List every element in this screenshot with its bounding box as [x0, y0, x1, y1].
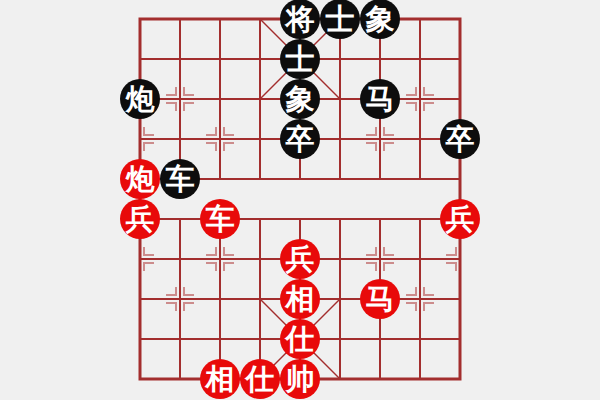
piece-red-soldier[interactable]: 兵: [120, 199, 160, 239]
piece-black-chariot[interactable]: 车: [160, 159, 200, 199]
piece-black-advisor[interactable]: 士: [280, 39, 320, 79]
piece-black-soldier[interactable]: 卒: [280, 119, 320, 159]
piece-red-horse[interactable]: 马: [360, 279, 400, 319]
piece-black-advisor[interactable]: 士: [320, 0, 360, 39]
piece-black-elephant[interactable]: 象: [280, 79, 320, 119]
piece-black-general[interactable]: 将: [280, 0, 320, 39]
piece-red-soldier[interactable]: 兵: [440, 199, 480, 239]
board-grid[interactable]: 将士象士炮象马卒卒车炮兵车兵兵相马仕相仕帅: [120, 0, 480, 399]
piece-red-chariot[interactable]: 车: [200, 199, 240, 239]
piece-black-cannon[interactable]: 炮: [120, 79, 160, 119]
piece-red-cannon[interactable]: 炮: [120, 159, 160, 199]
piece-red-elephant[interactable]: 相: [280, 279, 320, 319]
piece-black-horse[interactable]: 马: [360, 79, 400, 119]
piece-red-general[interactable]: 帅: [280, 359, 320, 399]
piece-red-soldier[interactable]: 兵: [280, 239, 320, 279]
piece-red-advisor[interactable]: 仕: [240, 359, 280, 399]
piece-black-soldier[interactable]: 卒: [440, 119, 480, 159]
piece-black-elephant[interactable]: 象: [360, 0, 400, 39]
xiangqi-app: 将士象士炮象马卒卒车炮兵车兵兵相马仕相仕帅: [0, 0, 600, 400]
piece-red-advisor[interactable]: 仕: [280, 319, 320, 359]
piece-red-elephant[interactable]: 相: [200, 359, 240, 399]
